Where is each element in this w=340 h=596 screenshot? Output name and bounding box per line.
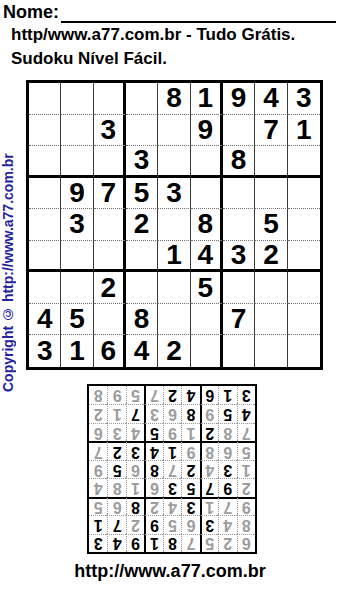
- solution-cell-r5c2: 3: [218, 460, 236, 478]
- solution-cell-r6c8: 2: [107, 441, 125, 459]
- puzzle-cell-r9c4: 4: [126, 335, 158, 367]
- puzzle-cell-r3c9[interactable]: [288, 146, 320, 178]
- solution-cell-r4c8: 8: [107, 478, 125, 496]
- puzzle-cell-r6c1[interactable]: [29, 241, 61, 273]
- puzzle-cell-r2c9: 1: [288, 115, 320, 147]
- solution-cell-r9c2: 1: [218, 386, 236, 404]
- solution-cell-r6c1: 5: [237, 441, 255, 459]
- puzzle-cell-r2c5[interactable]: [158, 115, 190, 147]
- puzzle-cell-r4c4: 5: [126, 178, 158, 210]
- puzzle-cell-r1c8: 4: [255, 83, 287, 115]
- solution-cell-r3c2: 7: [218, 497, 236, 515]
- solution-cell-r3c4: 3: [181, 497, 199, 515]
- solution-cell-r1c5: 8: [163, 534, 181, 552]
- puzzle-grid: 8194339713897533285143225458731642: [26, 80, 323, 370]
- solution-cell-r2c2: 4: [218, 515, 236, 533]
- puzzle-cell-r8c5[interactable]: [158, 304, 190, 336]
- puzzle-cell-r6c8: 2: [255, 241, 287, 273]
- puzzle-cell-r3c5[interactable]: [158, 146, 190, 178]
- puzzle-cell-r7c4[interactable]: [126, 272, 158, 304]
- solution-cell-r3c3: 1: [200, 497, 218, 515]
- puzzle-cell-r9c7[interactable]: [223, 335, 255, 367]
- solution-cell-r8c7: 7: [126, 404, 144, 422]
- puzzle-cell-r4c3: 7: [94, 178, 126, 210]
- puzzle-cell-r6c5: 1: [158, 241, 190, 273]
- puzzle-level-title: Sudoku Nível Fácil.: [11, 49, 167, 69]
- puzzle-cell-r1c1[interactable]: [29, 83, 61, 115]
- puzzle-cell-r1c9: 3: [288, 83, 320, 115]
- solution-cell-r5c8: 5: [107, 460, 125, 478]
- puzzle-cell-r1c4[interactable]: [126, 83, 158, 115]
- puzzle-cell-r5c9[interactable]: [288, 209, 320, 241]
- name-blank-line: [61, 3, 336, 23]
- solution-cell-r9c7: 5: [126, 386, 144, 404]
- puzzle-cell-r2c2[interactable]: [61, 115, 93, 147]
- solution-cell-r8c1: 4: [237, 404, 255, 422]
- puzzle-cell-r9c5: 2: [158, 335, 190, 367]
- solution-cell-r4c2: 9: [218, 478, 236, 496]
- solution-cell-r6c7: 3: [126, 441, 144, 459]
- solution-cell-r6c3: 8: [200, 441, 218, 459]
- puzzle-cell-r7c5[interactable]: [158, 272, 190, 304]
- puzzle-cell-r4c1[interactable]: [29, 178, 61, 210]
- puzzle-cell-r7c2[interactable]: [61, 272, 93, 304]
- puzzle-cell-r8c1: 4: [29, 304, 61, 336]
- footer-url: http://www.a77.com.br: [0, 561, 340, 582]
- puzzle-cell-r7c9[interactable]: [288, 272, 320, 304]
- solution-cell-r9c9: 8: [89, 386, 107, 404]
- solution-cell-r4c5: 3: [163, 478, 181, 496]
- solution-grid-upside-down: 6257819438436592719713428652975361841342…: [87, 384, 257, 554]
- puzzle-cell-r4c2: 9: [61, 178, 93, 210]
- solution-cell-r6c4: 9: [181, 441, 199, 459]
- puzzle-cell-r3c4: 3: [126, 146, 158, 178]
- puzzle-cell-r9c9[interactable]: [288, 335, 320, 367]
- puzzle-cell-r5c7[interactable]: [223, 209, 255, 241]
- puzzle-cell-r8c6[interactable]: [191, 304, 223, 336]
- puzzle-cell-r1c6: 1: [191, 83, 223, 115]
- solution-cell-r8c8: 1: [107, 404, 125, 422]
- puzzle-cell-r5c6: 8: [191, 209, 223, 241]
- solution-cell-r7c2: 8: [218, 423, 236, 441]
- puzzle-cell-r4c6[interactable]: [191, 178, 223, 210]
- solution-cell-r5c1: 1: [237, 460, 255, 478]
- solution-cell-r3c6: 2: [144, 497, 162, 515]
- puzzle-cell-r2c6: 9: [191, 115, 223, 147]
- puzzle-cell-r2c3: 3: [94, 115, 126, 147]
- puzzle-cell-r6c3[interactable]: [94, 241, 126, 273]
- solution-cell-r8c9: 2: [89, 404, 107, 422]
- solution-cell-r1c1: 6: [237, 534, 255, 552]
- solution-cell-r2c8: 7: [107, 515, 125, 533]
- solution-cell-r1c6: 1: [144, 534, 162, 552]
- puzzle-cell-r7c1[interactable]: [29, 272, 61, 304]
- solution-cell-r3c7: 8: [126, 497, 144, 515]
- solution-cell-r3c9: 5: [89, 497, 107, 515]
- solution-cell-r6c6: 4: [144, 441, 162, 459]
- puzzle-cell-r3c8[interactable]: [255, 146, 287, 178]
- solution-cell-r6c2: 6: [218, 441, 236, 459]
- solution-cell-r7c9: 6: [89, 423, 107, 441]
- puzzle-cell-r7c8[interactable]: [255, 272, 287, 304]
- solution-cell-r2c6: 9: [144, 515, 162, 533]
- puzzle-cell-r6c6: 4: [191, 241, 223, 273]
- solution-cell-r9c3: 6: [200, 386, 218, 404]
- puzzle-cell-r6c7: 3: [223, 241, 255, 273]
- puzzle-cell-r1c7: 9: [223, 83, 255, 115]
- puzzle-cell-r5c5[interactable]: [158, 209, 190, 241]
- puzzle-cell-r8c9[interactable]: [288, 304, 320, 336]
- solution-cell-r5c6: 8: [144, 460, 162, 478]
- puzzle-cell-r2c1[interactable]: [29, 115, 61, 147]
- name-row: Nome:: [3, 2, 336, 23]
- solution-cell-r2c7: 2: [126, 515, 144, 533]
- puzzle-cell-r2c7[interactable]: [223, 115, 255, 147]
- solution-cell-r9c5: 2: [163, 386, 181, 404]
- puzzle-cell-r7c7[interactable]: [223, 272, 255, 304]
- puzzle-cell-r8c8[interactable]: [255, 304, 287, 336]
- solution-cell-r1c3: 5: [200, 534, 218, 552]
- puzzle-cell-r4c5: 3: [158, 178, 190, 210]
- solution-cell-r2c1: 8: [237, 515, 255, 533]
- solution-cell-r6c5: 1: [163, 441, 181, 459]
- puzzle-cell-r8c7: 7: [223, 304, 255, 336]
- puzzle-cell-r3c2[interactable]: [61, 146, 93, 178]
- puzzle-cell-r5c4: 2: [126, 209, 158, 241]
- puzzle-cell-r2c8: 7: [255, 115, 287, 147]
- solution-cell-r8c6: 3: [144, 404, 162, 422]
- solution-cell-r1c4: 7: [181, 534, 199, 552]
- puzzle-cell-r6c9[interactable]: [288, 241, 320, 273]
- name-label: Nome:: [3, 2, 59, 23]
- solution-cell-r7c3: 2: [200, 423, 218, 441]
- puzzle-cell-r6c2[interactable]: [61, 241, 93, 273]
- solution-cell-r7c4: 1: [181, 423, 199, 441]
- solution-cell-r2c5: 5: [163, 515, 181, 533]
- solution-cell-r7c8: 3: [107, 423, 125, 441]
- solution-cell-r8c5: 6: [163, 404, 181, 422]
- solution-cell-r4c9: 4: [89, 478, 107, 496]
- puzzle-cell-r9c1: 3: [29, 335, 61, 367]
- puzzle-cell-r1c2[interactable]: [61, 83, 93, 115]
- puzzle-cell-r3c6[interactable]: [191, 146, 223, 178]
- solution-cell-r4c3: 7: [200, 478, 218, 496]
- solution-cell-r1c9: 3: [89, 534, 107, 552]
- solution-cell-r7c5: 9: [163, 423, 181, 441]
- puzzle-cell-r7c3: 2: [94, 272, 126, 304]
- solution-cell-r3c8: 6: [107, 497, 125, 515]
- solution-cell-r2c9: 1: [89, 515, 107, 533]
- puzzle-cell-r6c4[interactable]: [126, 241, 158, 273]
- site-title: http/www.a77.com.br - Tudo Grátis.: [11, 25, 295, 45]
- puzzle-cell-r8c2: 5: [61, 304, 93, 336]
- puzzle-cell-r7c6: 5: [191, 272, 223, 304]
- solution-cell-r5c5: 7: [163, 460, 181, 478]
- puzzle-cell-r8c3[interactable]: [94, 304, 126, 336]
- solution-cell-r8c2: 5: [218, 404, 236, 422]
- solution-cell-r1c2: 2: [218, 534, 236, 552]
- puzzle-cell-r3c7: 8: [223, 146, 255, 178]
- solution-cell-r5c9: 9: [89, 460, 107, 478]
- puzzle-cell-r4c7[interactable]: [223, 178, 255, 210]
- solution-cell-r1c8: 4: [107, 534, 125, 552]
- solution-cell-r3c5: 4: [163, 497, 181, 515]
- solution-cell-r8c4: 8: [181, 404, 199, 422]
- solution-cell-r5c7: 6: [126, 460, 144, 478]
- solution-cell-r4c4: 5: [181, 478, 199, 496]
- solution-cell-r5c3: 4: [200, 460, 218, 478]
- puzzle-cell-r9c6[interactable]: [191, 335, 223, 367]
- puzzle-cell-r5c1[interactable]: [29, 209, 61, 241]
- puzzle-cell-r9c2: 1: [61, 335, 93, 367]
- copyright-vertical-text: Copyright © http://www.a77.com.br: [0, 124, 20, 422]
- puzzle-cell-r5c8: 5: [255, 209, 287, 241]
- puzzle-cell-r9c3: 6: [94, 335, 126, 367]
- puzzle-cell-r2c4[interactable]: [126, 115, 158, 147]
- solution-cell-r7c6: 5: [144, 423, 162, 441]
- solution-cell-r7c1: 7: [237, 423, 255, 441]
- solution-cell-r9c6: 7: [144, 386, 162, 404]
- solution-cell-r4c6: 6: [144, 478, 162, 496]
- puzzle-cell-r4c8[interactable]: [255, 178, 287, 210]
- solution-cell-r2c4: 6: [181, 515, 199, 533]
- solution-cell-r9c4: 4: [181, 386, 199, 404]
- solution-cell-r5c4: 2: [181, 460, 199, 478]
- solution-cell-r1c7: 9: [126, 534, 144, 552]
- puzzle-cell-r4c9[interactable]: [288, 178, 320, 210]
- solution-cell-r4c1: 2: [237, 478, 255, 496]
- solution-cell-r7c7: 4: [126, 423, 144, 441]
- puzzle-cell-r1c5: 8: [158, 83, 190, 115]
- solution-cell-r9c1: 3: [237, 386, 255, 404]
- puzzle-cell-r5c2: 3: [61, 209, 93, 241]
- puzzle-cell-r3c1[interactable]: [29, 146, 61, 178]
- puzzle-cell-r5c3[interactable]: [94, 209, 126, 241]
- solution-cell-r6c9: 7: [89, 441, 107, 459]
- solution-cell-r2c3: 3: [200, 515, 218, 533]
- puzzle-cell-r8c4: 8: [126, 304, 158, 336]
- solution-cell-r8c3: 9: [200, 404, 218, 422]
- puzzle-cell-r1c3[interactable]: [94, 83, 126, 115]
- puzzle-cell-r3c3[interactable]: [94, 146, 126, 178]
- puzzle-cell-r9c8[interactable]: [255, 335, 287, 367]
- solution-cell-r4c7: 1: [126, 478, 144, 496]
- solution-cell-r3c1: 9: [237, 497, 255, 515]
- solution-cell-r9c8: 9: [107, 386, 125, 404]
